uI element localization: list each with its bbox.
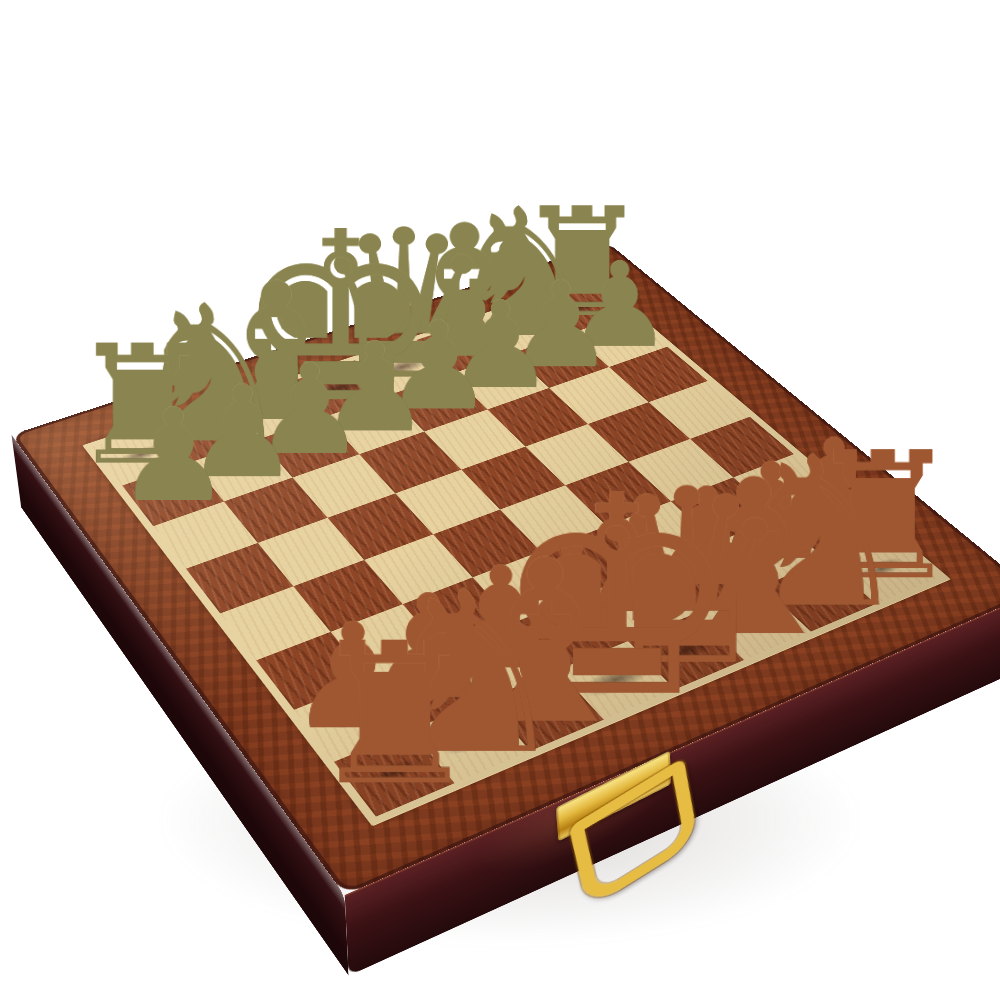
product-photo: ♜♞♝♚♛♝♞♜♟♟♟♟♟♟♟♟♟♟♟♟♟♟♟♟♜♞♝♚♛♝♞♜ xyxy=(0,0,1000,1000)
